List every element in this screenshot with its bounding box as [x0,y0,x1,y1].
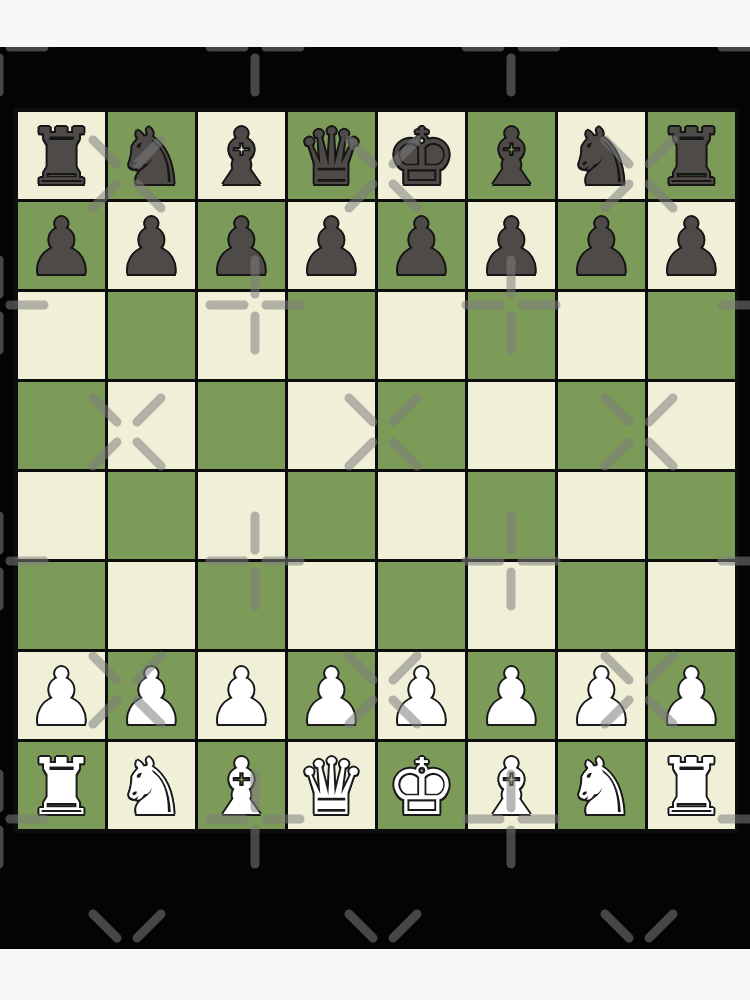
piece-black-queen: ♛ [297,118,367,196]
square-g4[interactable] [558,472,645,559]
square-h8[interactable]: ♜ [648,112,735,199]
square-d7[interactable]: ♟ [288,202,375,289]
piece-black-pawn: ♟ [27,208,97,286]
square-a3[interactable] [18,562,105,649]
square-e8[interactable]: ♚ [378,112,465,199]
square-a5[interactable] [18,382,105,469]
piece-white-knight: ♞ [117,748,187,826]
piece-white-pawn: ♟ [117,658,187,736]
square-c5[interactable] [198,382,285,469]
piece-black-pawn: ♟ [657,208,727,286]
piece-white-pawn: ♟ [657,658,727,736]
piece-white-pawn: ♟ [567,658,637,736]
square-a4[interactable] [18,472,105,559]
square-g2[interactable]: ♟ [558,652,645,739]
square-f2[interactable]: ♟ [468,652,555,739]
square-d1[interactable]: ♛ [288,742,375,829]
square-c8[interactable]: ♝ [198,112,285,199]
piece-white-knight: ♞ [567,748,637,826]
square-c7[interactable]: ♟ [198,202,285,289]
piece-black-rook: ♜ [657,118,727,196]
piece-black-pawn: ♟ [117,208,187,286]
piece-black-pawn: ♟ [207,208,277,286]
piece-white-pawn: ♟ [207,658,277,736]
square-g6[interactable] [558,292,645,379]
square-b7[interactable]: ♟ [108,202,195,289]
piece-black-knight: ♞ [117,118,187,196]
piece-white-rook: ♜ [27,748,97,826]
square-g8[interactable]: ♞ [558,112,645,199]
square-b6[interactable] [108,292,195,379]
square-h1[interactable]: ♜ [648,742,735,829]
poster-top-margin [0,0,750,47]
square-d6[interactable] [288,292,375,379]
piece-black-pawn: ♟ [477,208,547,286]
square-f6[interactable] [468,292,555,379]
square-h4[interactable] [648,472,735,559]
piece-white-king: ♚ [387,748,457,826]
square-d8[interactable]: ♛ [288,112,375,199]
piece-white-bishop: ♝ [477,748,547,826]
square-f7[interactable]: ♟ [468,202,555,289]
square-d5[interactable] [288,382,375,469]
piece-black-pawn: ♟ [387,208,457,286]
square-g7[interactable]: ♟ [558,202,645,289]
square-b8[interactable]: ♞ [108,112,195,199]
square-c3[interactable] [198,562,285,649]
square-d3[interactable] [288,562,375,649]
square-g1[interactable]: ♞ [558,742,645,829]
square-b1[interactable]: ♞ [108,742,195,829]
square-a7[interactable]: ♟ [18,202,105,289]
piece-black-pawn: ♟ [567,208,637,286]
square-e4[interactable] [378,472,465,559]
square-e3[interactable] [378,562,465,649]
chess-board[interactable]: ♜♞♝♛♚♝♞♜♟♟♟♟♟♟♟♟♟♟♟♟♟♟♟♟♜♞♝♛♚♝♞♜ [14,108,739,833]
square-a2[interactable]: ♟ [18,652,105,739]
square-h3[interactable] [648,562,735,649]
piece-white-pawn: ♟ [297,658,367,736]
square-e7[interactable]: ♟ [378,202,465,289]
square-d2[interactable]: ♟ [288,652,375,739]
piece-white-bishop: ♝ [207,748,277,826]
square-d4[interactable] [288,472,375,559]
square-a6[interactable] [18,292,105,379]
square-c1[interactable]: ♝ [198,742,285,829]
poster-bottom-margin [0,949,750,1000]
piece-white-pawn: ♟ [477,658,547,736]
square-a8[interactable]: ♜ [18,112,105,199]
square-f5[interactable] [468,382,555,469]
square-c6[interactable] [198,292,285,379]
piece-black-knight: ♞ [567,118,637,196]
piece-white-rook: ♜ [657,748,727,826]
piece-white-pawn: ♟ [27,658,97,736]
square-b3[interactable] [108,562,195,649]
square-c2[interactable]: ♟ [198,652,285,739]
square-b2[interactable]: ♟ [108,652,195,739]
piece-black-bishop: ♝ [477,118,547,196]
square-e2[interactable]: ♟ [378,652,465,739]
square-f3[interactable] [468,562,555,649]
square-h2[interactable]: ♟ [648,652,735,739]
square-f4[interactable] [468,472,555,559]
square-h7[interactable]: ♟ [648,202,735,289]
piece-white-queen: ♛ [297,748,367,826]
square-f1[interactable]: ♝ [468,742,555,829]
square-a1[interactable]: ♜ [18,742,105,829]
square-e1[interactable]: ♚ [378,742,465,829]
poster-image: ♜♞♝♛♚♝♞♜♟♟♟♟♟♟♟♟♟♟♟♟♟♟♟♟♜♞♝♛♚♝♞♜ [0,0,750,1000]
piece-black-bishop: ♝ [207,118,277,196]
piece-black-king: ♚ [387,118,457,196]
piece-white-pawn: ♟ [387,658,457,736]
piece-black-rook: ♜ [27,118,97,196]
square-f8[interactable]: ♝ [468,112,555,199]
square-c4[interactable] [198,472,285,559]
square-e6[interactable] [378,292,465,379]
square-h5[interactable] [648,382,735,469]
square-b4[interactable] [108,472,195,559]
square-b5[interactable] [108,382,195,469]
square-e5[interactable] [378,382,465,469]
piece-black-pawn: ♟ [297,208,367,286]
square-h6[interactable] [648,292,735,379]
square-g5[interactable] [558,382,645,469]
square-g3[interactable] [558,562,645,649]
